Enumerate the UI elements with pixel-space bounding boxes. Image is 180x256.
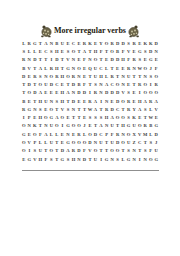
worksheet-header: More irregular verbs — [0, 22, 180, 39]
grid-cell: V — [153, 106, 159, 114]
divider-line — [22, 170, 159, 171]
grid-cell: J — [153, 139, 159, 147]
grid-cell: O — [153, 90, 159, 98]
grid-cell: E — [153, 114, 159, 122]
grid-cell: E — [153, 57, 159, 65]
word-search-grid: LRGTANBUECERKEYORDDSREKKDSLLECSHESOTATHF… — [21, 40, 159, 164]
grid-cell: G — [153, 123, 159, 131]
turtle-left-icon — [40, 24, 52, 38]
turtle-right-icon — [128, 24, 140, 38]
grid-cell: N — [153, 48, 159, 56]
grid-cell: A — [153, 98, 159, 106]
grid-cell: D — [153, 40, 159, 48]
grid-cell: F — [153, 65, 159, 73]
grid-cell: R — [153, 81, 159, 89]
grid-cell: U — [153, 147, 159, 155]
grid-cell: D — [153, 131, 159, 139]
grid-cell: O — [153, 73, 159, 81]
page-title: More irregular verbs — [53, 27, 127, 35]
grid-cell: G — [153, 156, 159, 164]
worksheet-page: More irregular verbs LRGTANBUECERKEYORDD… — [0, 0, 180, 256]
